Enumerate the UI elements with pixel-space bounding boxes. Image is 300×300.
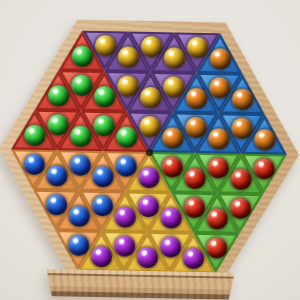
red-gem: [230, 169, 251, 190]
violet-gem: [160, 207, 181, 228]
violet-gem: [114, 206, 135, 227]
red-gem: [205, 237, 226, 258]
gold-gem: [140, 36, 161, 57]
green-gem: [116, 126, 137, 147]
amber-gem: [162, 127, 183, 148]
violet-gem: [136, 247, 157, 268]
red-gem: [183, 197, 204, 218]
gold-gem: [139, 87, 160, 108]
blue-gem: [23, 154, 44, 175]
green-gem: [93, 86, 114, 107]
amber-gem: [185, 117, 206, 138]
red-gem: [253, 158, 274, 179]
amber-gem: [208, 128, 229, 149]
red-gem: [184, 168, 205, 189]
violet-gem: [90, 246, 111, 267]
blue-gem: [45, 194, 66, 215]
blue-gem: [46, 165, 67, 186]
blue-gem: [92, 166, 113, 187]
red-gem: [229, 198, 250, 219]
amber-gem: [231, 89, 252, 110]
gold-gem: [186, 37, 207, 58]
gold-gem: [163, 47, 184, 68]
green-gem: [71, 45, 92, 66]
gold-gem: [94, 35, 115, 56]
tray-rotation-wrapper: [0, 0, 300, 300]
gold-gem: [163, 76, 184, 97]
board-row-2: [35, 70, 266, 114]
board-row-4: [10, 149, 287, 194]
amber-gem: [254, 129, 275, 150]
blue-gem: [91, 195, 112, 216]
violet-gem: [182, 248, 203, 269]
tray-front-wall: [46, 269, 234, 300]
blue-gem: [115, 155, 136, 176]
violet-gem: [137, 196, 158, 217]
board-row-5: [32, 190, 263, 234]
amber-gem: [209, 48, 230, 69]
board-row-1: [59, 30, 244, 74]
gold-gem: [139, 116, 160, 137]
board-row-6: [55, 230, 240, 274]
red-gem: [161, 156, 182, 177]
violet-gem: [138, 167, 159, 188]
amber-gem: [185, 88, 206, 109]
green-gem: [24, 125, 45, 146]
gold-gem: [117, 46, 138, 67]
green-gem: [47, 114, 68, 135]
board-row-3: [11, 109, 288, 154]
green-gem: [70, 125, 91, 146]
green-gem: [47, 85, 68, 106]
violet-gem: [159, 236, 180, 257]
green-gem: [71, 74, 92, 95]
blue-gem: [68, 205, 89, 226]
blue-gem: [67, 234, 88, 255]
gold-gem: [117, 75, 138, 96]
red-gem: [207, 157, 228, 178]
amber-gem: [209, 77, 230, 98]
violet-gem: [113, 235, 134, 256]
green-gem: [93, 115, 114, 136]
red-gem: [206, 208, 227, 229]
blue-gem: [69, 154, 90, 175]
photo-scene: [0, 0, 300, 300]
amber-gem: [231, 118, 252, 139]
